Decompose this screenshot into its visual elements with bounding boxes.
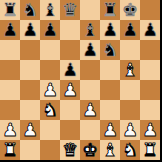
square-a3[interactable] [0, 100, 20, 120]
square-g6[interactable] [120, 40, 140, 60]
square-e4[interactable] [80, 80, 100, 100]
square-h3[interactable] [140, 100, 160, 120]
square-f7[interactable]: ♟ [100, 20, 120, 40]
square-d8[interactable]: ♛ [60, 0, 80, 20]
square-h7[interactable]: ♟ [140, 20, 160, 40]
piece-black-bishop[interactable]: ♝ [42, 0, 58, 20]
square-c3[interactable]: ♞ [40, 100, 60, 120]
square-e7[interactable]: ♝ [80, 20, 100, 40]
square-a6[interactable] [0, 40, 20, 60]
square-h5[interactable] [140, 60, 160, 80]
square-f5[interactable] [100, 60, 120, 80]
square-e2[interactable] [80, 120, 100, 140]
piece-black-pawn[interactable]: ♟ [22, 20, 38, 40]
square-a4[interactable] [0, 80, 20, 100]
square-e8[interactable] [80, 0, 100, 20]
piece-black-bishop[interactable]: ♝ [82, 20, 98, 40]
piece-white-pawn[interactable]: ♟ [82, 100, 98, 120]
piece-black-queen[interactable]: ♛ [62, 0, 78, 20]
square-g5[interactable]: ♝ [120, 60, 140, 80]
square-h2[interactable]: ♟ [140, 120, 160, 140]
square-d1[interactable]: ♛ [60, 140, 80, 160]
square-b1[interactable] [20, 140, 40, 160]
piece-white-bishop[interactable]: ♝ [122, 60, 138, 80]
square-b6[interactable] [20, 40, 40, 60]
square-c7[interactable]: ♟ [40, 20, 60, 40]
square-h4[interactable] [140, 80, 160, 100]
piece-black-pawn[interactable]: ♟ [142, 20, 158, 40]
square-b4[interactable] [20, 80, 40, 100]
square-b3[interactable] [20, 100, 40, 120]
square-g7[interactable]: ♟ [120, 20, 140, 40]
square-f4[interactable] [100, 80, 120, 100]
square-b2[interactable]: ♟ [20, 120, 40, 140]
square-d5[interactable]: ♟ [60, 60, 80, 80]
square-d2[interactable] [60, 120, 80, 140]
square-b7[interactable]: ♟ [20, 20, 40, 40]
square-f3[interactable] [100, 100, 120, 120]
square-f1[interactable]: ♝ [100, 140, 120, 160]
piece-black-pawn[interactable]: ♟ [102, 20, 118, 40]
square-f2[interactable]: ♟ [100, 120, 120, 140]
piece-white-rook[interactable]: ♜ [2, 140, 18, 160]
square-c4[interactable]: ♟ [40, 80, 60, 100]
piece-white-bishop[interactable]: ♝ [102, 140, 118, 160]
square-c5[interactable] [40, 60, 60, 80]
square-a7[interactable]: ♟ [0, 20, 20, 40]
square-e1[interactable]: ♚ [80, 140, 100, 160]
square-c6[interactable] [40, 40, 60, 60]
piece-white-knight[interactable]: ♞ [122, 140, 138, 160]
piece-black-rook[interactable]: ♜ [2, 0, 18, 20]
piece-black-pawn[interactable]: ♟ [122, 20, 138, 40]
square-a8[interactable]: ♜ [0, 0, 20, 20]
square-c2[interactable] [40, 120, 60, 140]
piece-white-king[interactable]: ♚ [82, 140, 98, 160]
piece-black-king[interactable]: ♚ [122, 0, 138, 20]
piece-white-queen[interactable]: ♛ [62, 140, 78, 160]
square-b8[interactable]: ♞ [20, 0, 40, 20]
piece-white-pawn[interactable]: ♟ [122, 120, 138, 140]
square-e6[interactable]: ♟ [80, 40, 100, 60]
square-g1[interactable]: ♞ [120, 140, 140, 160]
square-f8[interactable]: ♜ [100, 0, 120, 20]
piece-white-pawn[interactable]: ♟ [22, 120, 38, 140]
square-g3[interactable] [120, 100, 140, 120]
piece-white-pawn[interactable]: ♟ [62, 80, 78, 100]
square-g2[interactable]: ♟ [120, 120, 140, 140]
chess-board-frame: ♜♞♝♛♜♚♟♟♟♝♟♟♟♟♞♟♝♟♟♞♟♟♟♟♟♟♜♛♚♝♞♜ [0, 0, 162, 162]
square-h1[interactable]: ♜ [140, 140, 160, 160]
piece-black-pawn[interactable]: ♟ [42, 20, 58, 40]
chess-board: ♜♞♝♛♜♚♟♟♟♝♟♟♟♟♞♟♝♟♟♞♟♟♟♟♟♟♜♛♚♝♞♜ [0, 0, 160, 160]
square-e5[interactable] [80, 60, 100, 80]
piece-white-pawn[interactable]: ♟ [142, 120, 158, 140]
square-a5[interactable] [0, 60, 20, 80]
square-g8[interactable]: ♚ [120, 0, 140, 20]
square-a2[interactable]: ♟ [0, 120, 20, 140]
square-d6[interactable] [60, 40, 80, 60]
square-d4[interactable]: ♟ [60, 80, 80, 100]
square-c8[interactable]: ♝ [40, 0, 60, 20]
piece-white-pawn[interactable]: ♟ [2, 120, 18, 140]
piece-black-pawn[interactable]: ♟ [62, 60, 78, 80]
piece-black-knight[interactable]: ♞ [102, 40, 118, 60]
square-g4[interactable] [120, 80, 140, 100]
square-d3[interactable] [60, 100, 80, 120]
piece-black-pawn[interactable]: ♟ [2, 20, 18, 40]
square-h8[interactable] [140, 0, 160, 20]
piece-white-rook[interactable]: ♜ [142, 140, 158, 160]
square-b5[interactable] [20, 60, 40, 80]
piece-black-knight[interactable]: ♞ [22, 0, 38, 20]
square-d7[interactable] [60, 20, 80, 40]
piece-white-pawn[interactable]: ♟ [102, 120, 118, 140]
square-a1[interactable]: ♜ [0, 140, 20, 160]
square-e3[interactable]: ♟ [80, 100, 100, 120]
square-c1[interactable] [40, 140, 60, 160]
piece-black-rook[interactable]: ♜ [102, 0, 118, 20]
square-h6[interactable] [140, 40, 160, 60]
piece-white-knight[interactable]: ♞ [42, 100, 58, 120]
piece-black-pawn[interactable]: ♟ [82, 40, 98, 60]
piece-white-pawn[interactable]: ♟ [42, 80, 58, 100]
square-f6[interactable]: ♞ [100, 40, 120, 60]
